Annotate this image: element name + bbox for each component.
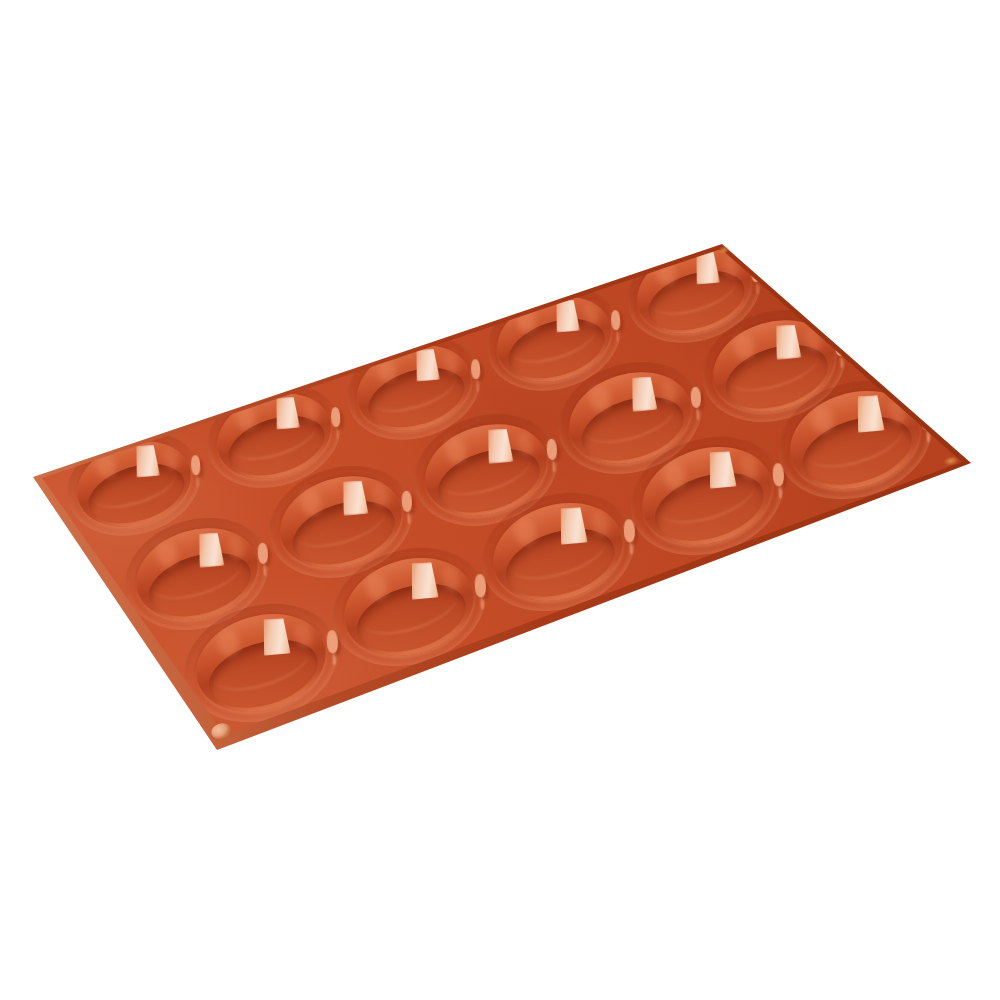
cavity-outer-glint: [402, 490, 413, 512]
cavity-sheen-left: [155, 541, 178, 568]
cavity-highlight: [414, 348, 440, 381]
cavity-highlight: [274, 397, 300, 430]
cavity-outer-glint: [471, 358, 481, 378]
cavity-highlight: [409, 562, 439, 600]
cavity-outer-glint: [547, 438, 558, 460]
cavity-highlight: [261, 618, 291, 656]
mold-top-surface: [0, 0, 1000, 1000]
cavity-highlight: [554, 300, 580, 333]
cavity-highlight: [486, 428, 514, 464]
cavity-highlight: [197, 532, 225, 568]
cavity-outer-glint: [691, 386, 702, 408]
product-photo-canvas: [0, 0, 1000, 1000]
cavity-highlight: [558, 507, 588, 545]
cavity-highlight: [855, 396, 885, 434]
cavity-outer-glint: [191, 455, 201, 475]
cavity-highlight: [630, 376, 658, 412]
cavity-sheen-left: [444, 437, 467, 464]
cavity-sheen-left: [300, 489, 323, 516]
cavity-sheen-left: [732, 333, 755, 360]
cavity-sheen-left: [588, 385, 611, 412]
cavity-highlight: [707, 451, 737, 489]
cavity-outer-glint: [258, 542, 269, 564]
cavity-highlight: [134, 445, 160, 478]
silicone-tartlet-mold: [0, 0, 1000, 1000]
cavity-highlight: [774, 324, 802, 360]
cavity-outer-glint: [331, 407, 341, 427]
cavity-outer-glint: [611, 310, 621, 330]
cavity-highlight: [342, 480, 370, 516]
